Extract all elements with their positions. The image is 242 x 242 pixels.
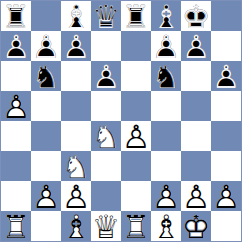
- black-pawn-icon: ♟: [92, 61, 121, 93]
- black-knight-icon: ♞: [32, 61, 61, 93]
- white-pawn-icon: ♟: [212, 181, 241, 213]
- bishop-outline-icon: ♗: [62, 211, 91, 242]
- piece-white-pawn-g2[interactable]: ♟♙: [181, 181, 211, 211]
- square-c5[interactable]: [61, 91, 91, 121]
- piece-black-knight-f6[interactable]: ♞♘: [151, 61, 181, 91]
- square-g6[interactable]: [181, 61, 211, 91]
- square-g8[interactable]: ♚♔: [181, 1, 211, 31]
- black-pawn-icon: ♟: [212, 61, 241, 93]
- pawn-outline-icon: ♙: [152, 31, 181, 63]
- black-pawn-icon: ♟: [182, 31, 211, 63]
- black-pawn-icon: ♟: [62, 31, 91, 63]
- square-a6[interactable]: [1, 61, 31, 91]
- pawn-outline-icon: ♙: [122, 121, 151, 153]
- knight-outline-icon: ♘: [62, 151, 91, 183]
- square-c2[interactable]: ♟♙: [61, 181, 91, 211]
- black-rook-icon: ♜: [2, 1, 31, 33]
- square-e2[interactable]: [121, 181, 151, 211]
- piece-black-rook-a8[interactable]: ♜♖: [1, 1, 31, 31]
- piece-black-knight-b6[interactable]: ♞♘: [31, 61, 61, 91]
- square-a4[interactable]: [1, 121, 31, 151]
- white-queen-icon: ♛: [92, 211, 121, 242]
- square-e6[interactable]: [121, 61, 151, 91]
- rook-outline-icon: ♖: [122, 211, 151, 242]
- piece-white-pawn-a5[interactable]: ♟♙: [1, 91, 31, 121]
- square-h1[interactable]: [211, 211, 241, 241]
- square-e8[interactable]: ♜♖: [121, 1, 151, 31]
- square-d4[interactable]: ♞♘: [91, 121, 121, 151]
- square-b7[interactable]: ♟♙: [31, 31, 61, 61]
- square-d8[interactable]: ♛♕: [91, 1, 121, 31]
- square-c6[interactable]: [61, 61, 91, 91]
- piece-black-rook-e8[interactable]: ♜♖: [121, 1, 151, 31]
- square-b4[interactable]: [31, 121, 61, 151]
- white-pawn-icon: ♟: [152, 181, 181, 213]
- pawn-outline-icon: ♙: [2, 31, 31, 63]
- queen-outline-icon: ♕: [92, 211, 121, 242]
- square-f5[interactable]: [151, 91, 181, 121]
- piece-black-pawn-b7[interactable]: ♟♙: [31, 31, 61, 61]
- square-b2[interactable]: ♟♙: [31, 181, 61, 211]
- white-knight-icon: ♞: [62, 151, 91, 183]
- square-f2[interactable]: ♟♙: [151, 181, 181, 211]
- square-g2[interactable]: ♟♙: [181, 181, 211, 211]
- white-bishop-icon: ♝: [62, 211, 91, 242]
- square-b1[interactable]: [31, 211, 61, 241]
- white-pawn-icon: ♟: [182, 181, 211, 213]
- white-bishop-icon: ♝: [152, 211, 181, 242]
- piece-black-pawn-g7[interactable]: ♟♙: [181, 31, 211, 61]
- black-pawn-icon: ♟: [152, 31, 181, 63]
- square-c3[interactable]: ♞♘: [61, 151, 91, 181]
- pawn-outline-icon: ♙: [182, 181, 211, 213]
- square-c1[interactable]: ♝♗: [61, 211, 91, 241]
- pawn-outline-icon: ♙: [92, 61, 121, 93]
- pawn-outline-icon: ♙: [212, 181, 241, 213]
- square-a8[interactable]: ♜♖: [1, 1, 31, 31]
- knight-outline-icon: ♘: [32, 61, 61, 93]
- knight-outline-icon: ♘: [152, 61, 181, 93]
- piece-black-pawn-c7[interactable]: ♟♙: [61, 31, 91, 61]
- black-bishop-icon: ♝: [62, 1, 91, 33]
- square-h2[interactable]: ♟♙: [211, 181, 241, 211]
- white-rook-icon: ♜: [122, 211, 151, 242]
- piece-white-king-g1[interactable]: ♚♔: [181, 211, 211, 241]
- piece-black-king-g8[interactable]: ♚♔: [181, 1, 211, 31]
- white-king-icon: ♚: [182, 211, 211, 242]
- black-king-icon: ♚: [182, 1, 211, 33]
- chess-board: ♜♖♝♗♛♕♜♖♝♗♚♔♟♙♟♙♟♙♟♙♟♙♞♘♟♙♞♘♟♙♟♙♞♘♟♙♞♘♟♙…: [0, 0, 242, 242]
- square-h7[interactable]: [211, 31, 241, 61]
- square-c4[interactable]: [61, 121, 91, 151]
- square-e5[interactable]: [121, 91, 151, 121]
- queen-outline-icon: ♕: [92, 1, 121, 33]
- piece-white-pawn-c2[interactable]: ♟♙: [61, 181, 91, 211]
- pawn-outline-icon: ♙: [182, 31, 211, 63]
- king-outline-icon: ♔: [182, 211, 211, 242]
- square-h8[interactable]: [211, 1, 241, 31]
- piece-black-bishop-c8[interactable]: ♝♗: [61, 1, 91, 31]
- square-g5[interactable]: [181, 91, 211, 121]
- square-e7[interactable]: [121, 31, 151, 61]
- square-g7[interactable]: ♟♙: [181, 31, 211, 61]
- square-f1[interactable]: ♝♗: [151, 211, 181, 241]
- bishop-outline-icon: ♗: [152, 211, 181, 242]
- white-pawn-icon: ♟: [122, 121, 151, 153]
- square-h6[interactable]: ♟♙: [211, 61, 241, 91]
- piece-white-queen-d1[interactable]: ♛♕: [91, 211, 121, 241]
- piece-black-bishop-f8[interactable]: ♝♗: [151, 1, 181, 31]
- rook-outline-icon: ♖: [122, 1, 151, 33]
- pawn-outline-icon: ♙: [2, 91, 31, 123]
- square-e4[interactable]: ♟♙: [121, 121, 151, 151]
- piece-white-knight-c3[interactable]: ♞♘: [61, 151, 91, 181]
- black-pawn-icon: ♟: [2, 31, 31, 63]
- piece-white-bishop-f1[interactable]: ♝♗: [151, 211, 181, 241]
- square-d5[interactable]: [91, 91, 121, 121]
- square-a2[interactable]: [1, 181, 31, 211]
- white-rook-icon: ♜: [2, 211, 31, 242]
- square-b8[interactable]: [31, 1, 61, 31]
- rook-outline-icon: ♖: [2, 1, 31, 33]
- black-knight-icon: ♞: [152, 61, 181, 93]
- piece-black-queen-d8[interactable]: ♛♕: [91, 1, 121, 31]
- pawn-outline-icon: ♙: [62, 31, 91, 63]
- piece-black-pawn-a7[interactable]: ♟♙: [1, 31, 31, 61]
- piece-white-knight-d4[interactable]: ♞♘: [91, 121, 121, 151]
- piece-black-pawn-h6[interactable]: ♟♙: [211, 61, 241, 91]
- square-d1[interactable]: ♛♕: [91, 211, 121, 241]
- white-pawn-icon: ♟: [2, 91, 31, 123]
- bishop-outline-icon: ♗: [62, 1, 91, 33]
- piece-white-pawn-f2[interactable]: ♟♙: [151, 181, 181, 211]
- black-bishop-icon: ♝: [152, 1, 181, 33]
- square-f8[interactable]: ♝♗: [151, 1, 181, 31]
- king-outline-icon: ♔: [182, 1, 211, 33]
- square-g1[interactable]: ♚♔: [181, 211, 211, 241]
- square-f7[interactable]: ♟♙: [151, 31, 181, 61]
- white-knight-icon: ♞: [92, 121, 121, 153]
- square-b6[interactable]: ♞♘: [31, 61, 61, 91]
- bishop-outline-icon: ♗: [152, 1, 181, 33]
- square-d3[interactable]: [91, 151, 121, 181]
- square-e3[interactable]: [121, 151, 151, 181]
- square-h3[interactable]: [211, 151, 241, 181]
- square-d6[interactable]: ♟♙: [91, 61, 121, 91]
- rook-outline-icon: ♖: [2, 211, 31, 242]
- square-h5[interactable]: [211, 91, 241, 121]
- piece-white-rook-a1[interactable]: ♜♖: [1, 211, 31, 241]
- pawn-outline-icon: ♙: [32, 31, 61, 63]
- square-d2[interactable]: [91, 181, 121, 211]
- black-rook-icon: ♜: [122, 1, 151, 33]
- square-d7[interactable]: [91, 31, 121, 61]
- square-h4[interactable]: [211, 121, 241, 151]
- square-a3[interactable]: [1, 151, 31, 181]
- black-pawn-icon: ♟: [32, 31, 61, 63]
- square-a5[interactable]: ♟♙: [1, 91, 31, 121]
- square-e1[interactable]: ♜♖: [121, 211, 151, 241]
- square-c7[interactable]: ♟♙: [61, 31, 91, 61]
- square-g3[interactable]: [181, 151, 211, 181]
- square-f4[interactable]: [151, 121, 181, 151]
- piece-white-pawn-b2[interactable]: ♟♙: [31, 181, 61, 211]
- piece-white-rook-e1[interactable]: ♜♖: [121, 211, 151, 241]
- white-pawn-icon: ♟: [32, 181, 61, 213]
- piece-white-pawn-e4[interactable]: ♟♙: [121, 121, 151, 151]
- piece-black-pawn-d6[interactable]: ♟♙: [91, 61, 121, 91]
- pawn-outline-icon: ♙: [62, 181, 91, 213]
- pawn-outline-icon: ♙: [152, 181, 181, 213]
- square-f3[interactable]: [151, 151, 181, 181]
- pawn-outline-icon: ♙: [32, 181, 61, 213]
- knight-outline-icon: ♘: [92, 121, 121, 153]
- pawn-outline-icon: ♙: [212, 61, 241, 93]
- square-a7[interactable]: ♟♙: [1, 31, 31, 61]
- black-queen-icon: ♛: [92, 1, 121, 33]
- square-b3[interactable]: [31, 151, 61, 181]
- white-pawn-icon: ♟: [62, 181, 91, 213]
- square-c8[interactable]: ♝♗: [61, 1, 91, 31]
- piece-white-pawn-h2[interactable]: ♟♙: [211, 181, 241, 211]
- square-a1[interactable]: ♜♖: [1, 211, 31, 241]
- square-f6[interactable]: ♞♘: [151, 61, 181, 91]
- square-g4[interactable]: [181, 121, 211, 151]
- piece-white-bishop-c1[interactable]: ♝♗: [61, 211, 91, 241]
- square-b5[interactable]: [31, 91, 61, 121]
- piece-black-pawn-f7[interactable]: ♟♙: [151, 31, 181, 61]
